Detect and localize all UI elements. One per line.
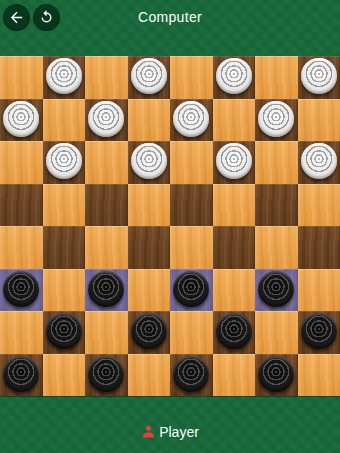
square-g1[interactable] bbox=[255, 354, 298, 397]
black-checker[interactable] bbox=[3, 271, 39, 307]
square-b3[interactable] bbox=[43, 269, 86, 312]
opponent-title: Computer bbox=[0, 9, 340, 25]
white-checker[interactable] bbox=[216, 58, 252, 94]
square-a8[interactable] bbox=[0, 56, 43, 99]
white-checker[interactable] bbox=[131, 58, 167, 94]
board bbox=[0, 56, 340, 396]
square-e3[interactable] bbox=[170, 269, 213, 312]
square-g7[interactable] bbox=[255, 99, 298, 142]
square-h6[interactable] bbox=[298, 141, 340, 184]
square-a1[interactable] bbox=[0, 354, 43, 397]
square-c1[interactable] bbox=[85, 354, 128, 397]
square-f5[interactable] bbox=[213, 184, 256, 227]
black-checker[interactable] bbox=[258, 271, 294, 307]
square-f1[interactable] bbox=[213, 354, 256, 397]
square-g2[interactable] bbox=[255, 311, 298, 354]
square-f6[interactable] bbox=[213, 141, 256, 184]
bottom-bar: Player bbox=[0, 396, 340, 453]
white-checker[interactable] bbox=[301, 143, 337, 179]
square-a3[interactable] bbox=[0, 269, 43, 312]
square-e1[interactable] bbox=[170, 354, 213, 397]
square-g3[interactable] bbox=[255, 269, 298, 312]
square-c5[interactable] bbox=[85, 184, 128, 227]
square-e8[interactable] bbox=[170, 56, 213, 99]
square-d3[interactable] bbox=[128, 269, 171, 312]
black-checker[interactable] bbox=[173, 356, 209, 392]
square-d2[interactable] bbox=[128, 311, 171, 354]
square-e6[interactable] bbox=[170, 141, 213, 184]
square-h4[interactable] bbox=[298, 226, 340, 269]
square-c3[interactable] bbox=[85, 269, 128, 312]
square-e4[interactable] bbox=[170, 226, 213, 269]
square-f3[interactable] bbox=[213, 269, 256, 312]
white-checker[interactable] bbox=[301, 58, 337, 94]
square-e2[interactable] bbox=[170, 311, 213, 354]
square-c8[interactable] bbox=[85, 56, 128, 99]
white-checker[interactable] bbox=[258, 101, 294, 137]
square-f8[interactable] bbox=[213, 56, 256, 99]
square-e5[interactable] bbox=[170, 184, 213, 227]
square-b1[interactable] bbox=[43, 354, 86, 397]
black-checker[interactable] bbox=[3, 356, 39, 392]
black-checker[interactable] bbox=[46, 313, 82, 349]
black-checker[interactable] bbox=[173, 271, 209, 307]
square-g6[interactable] bbox=[255, 141, 298, 184]
square-h1[interactable] bbox=[298, 354, 340, 397]
square-d4[interactable] bbox=[128, 226, 171, 269]
square-g5[interactable] bbox=[255, 184, 298, 227]
white-checker[interactable] bbox=[216, 143, 252, 179]
square-f7[interactable] bbox=[213, 99, 256, 142]
square-f4[interactable] bbox=[213, 226, 256, 269]
square-a2[interactable] bbox=[0, 311, 43, 354]
white-checker[interactable] bbox=[88, 101, 124, 137]
app-background: Computer Player bbox=[0, 0, 340, 453]
top-bar: Computer bbox=[0, 0, 340, 56]
player-label: Player bbox=[159, 424, 199, 440]
square-d7[interactable] bbox=[128, 99, 171, 142]
square-d6[interactable] bbox=[128, 141, 171, 184]
square-g4[interactable] bbox=[255, 226, 298, 269]
square-b6[interactable] bbox=[43, 141, 86, 184]
square-c4[interactable] bbox=[85, 226, 128, 269]
white-checker[interactable] bbox=[131, 143, 167, 179]
square-b2[interactable] bbox=[43, 311, 86, 354]
square-b7[interactable] bbox=[43, 99, 86, 142]
white-checker[interactable] bbox=[46, 143, 82, 179]
square-g8[interactable] bbox=[255, 56, 298, 99]
square-h2[interactable] bbox=[298, 311, 340, 354]
person-icon bbox=[141, 424, 156, 439]
black-checker[interactable] bbox=[216, 313, 252, 349]
square-d5[interactable] bbox=[128, 184, 171, 227]
square-d1[interactable] bbox=[128, 354, 171, 397]
square-b8[interactable] bbox=[43, 56, 86, 99]
black-checker[interactable] bbox=[88, 271, 124, 307]
square-c2[interactable] bbox=[85, 311, 128, 354]
square-b4[interactable] bbox=[43, 226, 86, 269]
square-d8[interactable] bbox=[128, 56, 171, 99]
square-c7[interactable] bbox=[85, 99, 128, 142]
square-b5[interactable] bbox=[43, 184, 86, 227]
square-h7[interactable] bbox=[298, 99, 340, 142]
white-checker[interactable] bbox=[46, 58, 82, 94]
square-a4[interactable] bbox=[0, 226, 43, 269]
square-h8[interactable] bbox=[298, 56, 340, 99]
black-checker[interactable] bbox=[258, 356, 294, 392]
white-checker[interactable] bbox=[3, 101, 39, 137]
white-checker[interactable] bbox=[173, 101, 209, 137]
square-a5[interactable] bbox=[0, 184, 43, 227]
square-h5[interactable] bbox=[298, 184, 340, 227]
square-f2[interactable] bbox=[213, 311, 256, 354]
black-checker[interactable] bbox=[131, 313, 167, 349]
square-c6[interactable] bbox=[85, 141, 128, 184]
square-h3[interactable] bbox=[298, 269, 340, 312]
black-checker[interactable] bbox=[88, 356, 124, 392]
black-checker[interactable] bbox=[301, 313, 337, 349]
square-e7[interactable] bbox=[170, 99, 213, 142]
square-a6[interactable] bbox=[0, 141, 43, 184]
square-a7[interactable] bbox=[0, 99, 43, 142]
